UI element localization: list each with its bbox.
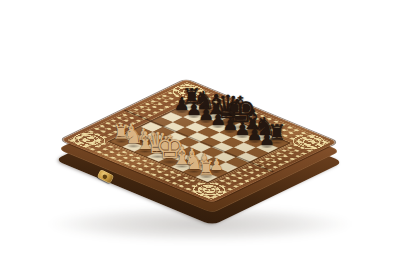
corner-rosette-icon — [162, 80, 215, 104]
chess-set-photo: ♜♞♝♛♚♝♞♜♟♟♟♟♟♟♟♟♟♟♟♟♟♟♟♟♜♞♝♛♚♝♞♜ — [0, 0, 400, 267]
